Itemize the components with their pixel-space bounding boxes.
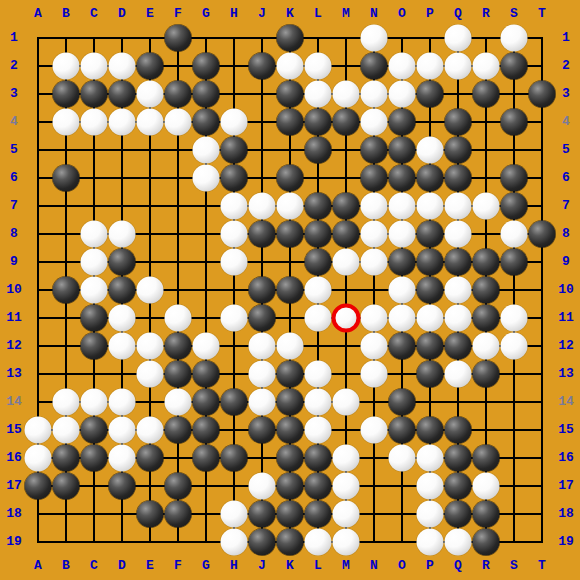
stone-white[interactable] <box>305 53 332 80</box>
stone-white[interactable] <box>221 529 248 556</box>
coord-label-column-bottom: D <box>108 552 136 580</box>
stone-black[interactable] <box>277 165 304 192</box>
stone-black[interactable] <box>445 445 472 472</box>
stone-white[interactable] <box>109 333 136 360</box>
coord-label-row-left: 6 <box>0 164 28 192</box>
stone-white[interactable] <box>137 361 164 388</box>
stone-white[interactable] <box>137 81 164 108</box>
stone-white[interactable] <box>305 529 332 556</box>
stone-black[interactable] <box>165 25 192 52</box>
coord-label-column-bottom: Q <box>444 552 472 580</box>
coord-label-row-right: 11 <box>552 304 580 332</box>
stone-black[interactable] <box>277 221 304 248</box>
coord-label-row-left: 9 <box>0 248 28 276</box>
stone-white[interactable] <box>501 25 528 52</box>
stone-white[interactable] <box>389 221 416 248</box>
stone-white[interactable] <box>389 193 416 220</box>
coord-label-column-bottom: E <box>136 552 164 580</box>
stone-white[interactable] <box>305 417 332 444</box>
stone-black[interactable] <box>501 53 528 80</box>
stone-white[interactable] <box>277 333 304 360</box>
coord-label-column-top: M <box>332 0 360 28</box>
coord-label-row-left: 1 <box>0 24 28 52</box>
stone-white[interactable] <box>165 305 192 332</box>
coord-label-column-bottom: J <box>248 552 276 580</box>
stone-white[interactable] <box>333 81 360 108</box>
coord-label-row-right: 2 <box>552 52 580 80</box>
stone-white[interactable] <box>361 81 388 108</box>
stone-black[interactable] <box>221 445 248 472</box>
stone-white[interactable] <box>361 361 388 388</box>
stone-white[interactable] <box>109 417 136 444</box>
stone-black[interactable] <box>249 221 276 248</box>
stone-white[interactable] <box>417 473 444 500</box>
coord-label-row-right: 16 <box>552 444 580 472</box>
stone-white[interactable] <box>389 81 416 108</box>
stone-black[interactable] <box>109 249 136 276</box>
stone-white[interactable] <box>249 333 276 360</box>
stone-black[interactable] <box>473 277 500 304</box>
stone-white[interactable] <box>473 193 500 220</box>
stone-white[interactable] <box>249 361 276 388</box>
stone-black[interactable] <box>473 305 500 332</box>
stone-white[interactable] <box>165 389 192 416</box>
stone-black[interactable] <box>473 361 500 388</box>
stone-black[interactable] <box>81 81 108 108</box>
stone-black[interactable] <box>137 501 164 528</box>
coord-label-column-bottom: M <box>332 552 360 580</box>
stone-white[interactable] <box>361 333 388 360</box>
stone-black[interactable] <box>305 445 332 472</box>
stone-black[interactable] <box>417 277 444 304</box>
stone-white[interactable] <box>417 137 444 164</box>
stone-white[interactable] <box>417 53 444 80</box>
coord-label-column-bottom: K <box>276 552 304 580</box>
stone-black[interactable] <box>53 165 80 192</box>
coord-label-row-left: 3 <box>0 80 28 108</box>
coord-label-column-bottom: G <box>192 552 220 580</box>
grid-line-vertical <box>541 37 543 543</box>
stone-white[interactable] <box>25 445 52 472</box>
stone-black[interactable] <box>277 501 304 528</box>
coord-label-row-right: 15 <box>552 416 580 444</box>
stone-white[interactable] <box>445 53 472 80</box>
stone-black[interactable] <box>389 165 416 192</box>
stone-black[interactable] <box>529 81 556 108</box>
stone-black[interactable] <box>473 501 500 528</box>
coord-label-row-left: 8 <box>0 220 28 248</box>
stone-white[interactable] <box>473 333 500 360</box>
coord-label-row-left: 5 <box>0 136 28 164</box>
stone-white[interactable] <box>53 53 80 80</box>
stone-white[interactable] <box>221 249 248 276</box>
stone-white[interactable] <box>361 305 388 332</box>
stone-white[interactable] <box>81 53 108 80</box>
stone-black[interactable] <box>277 277 304 304</box>
stone-white[interactable] <box>193 137 220 164</box>
coord-label-column-top: B <box>52 0 80 28</box>
stone-white[interactable] <box>361 193 388 220</box>
stone-white[interactable] <box>109 389 136 416</box>
stone-black[interactable] <box>473 529 500 556</box>
stone-black[interactable] <box>361 137 388 164</box>
stone-black[interactable] <box>445 137 472 164</box>
stone-black[interactable] <box>165 501 192 528</box>
coord-label-column-top: R <box>472 0 500 28</box>
stone-black[interactable] <box>277 529 304 556</box>
stone-black[interactable] <box>389 109 416 136</box>
stone-black[interactable] <box>137 53 164 80</box>
stone-white[interactable] <box>501 305 528 332</box>
stone-black[interactable] <box>389 417 416 444</box>
coord-label-row-left: 11 <box>0 304 28 332</box>
stone-black[interactable] <box>81 417 108 444</box>
stone-white[interactable] <box>137 417 164 444</box>
stone-white[interactable] <box>389 305 416 332</box>
stone-white[interactable] <box>445 221 472 248</box>
stone-white[interactable] <box>389 277 416 304</box>
stone-black[interactable] <box>81 305 108 332</box>
stone-white[interactable] <box>389 445 416 472</box>
stone-black[interactable] <box>417 361 444 388</box>
stone-white[interactable] <box>389 53 416 80</box>
stone-black[interactable] <box>277 417 304 444</box>
coord-label-column-bottom: A <box>24 552 52 580</box>
coord-label-column-top: E <box>136 0 164 28</box>
stone-white[interactable] <box>25 417 52 444</box>
stone-black[interactable] <box>305 249 332 276</box>
stone-black[interactable] <box>277 389 304 416</box>
coord-label-column-bottom: R <box>472 552 500 580</box>
stone-black[interactable] <box>305 109 332 136</box>
coord-label-row-right: 7 <box>552 192 580 220</box>
stone-white[interactable] <box>445 305 472 332</box>
stone-white[interactable] <box>333 389 360 416</box>
coord-label-column-top: L <box>304 0 332 28</box>
stone-white[interactable] <box>361 249 388 276</box>
stone-white[interactable] <box>221 193 248 220</box>
stone-white[interactable] <box>333 501 360 528</box>
stone-black[interactable] <box>361 53 388 80</box>
coord-label-column-bottom: P <box>416 552 444 580</box>
stone-black[interactable] <box>445 109 472 136</box>
stone-black[interactable] <box>473 81 500 108</box>
stone-black[interactable] <box>165 417 192 444</box>
stone-black[interactable] <box>165 473 192 500</box>
stone-black[interactable] <box>473 249 500 276</box>
coord-label-column-bottom: L <box>304 552 332 580</box>
stone-black[interactable] <box>165 361 192 388</box>
stone-white[interactable] <box>109 305 136 332</box>
stone-black[interactable] <box>305 501 332 528</box>
stone-black[interactable] <box>445 165 472 192</box>
stone-black[interactable] <box>417 221 444 248</box>
stone-black[interactable] <box>165 333 192 360</box>
coord-label-column-top: G <box>192 0 220 28</box>
stone-white[interactable] <box>81 277 108 304</box>
stone-white[interactable] <box>333 529 360 556</box>
stone-white[interactable] <box>81 249 108 276</box>
stone-white[interactable] <box>53 389 80 416</box>
stone-white[interactable] <box>305 277 332 304</box>
stone-black[interactable] <box>389 389 416 416</box>
coord-label-row-left: 10 <box>0 276 28 304</box>
stone-black[interactable] <box>389 333 416 360</box>
stone-white[interactable] <box>193 165 220 192</box>
stone-black[interactable] <box>277 109 304 136</box>
stone-black[interactable] <box>333 109 360 136</box>
stone-black[interactable] <box>361 165 388 192</box>
stone-white[interactable] <box>277 193 304 220</box>
coord-label-row-right: 17 <box>552 472 580 500</box>
coord-label-column-bottom: F <box>164 552 192 580</box>
stone-white[interactable] <box>81 389 108 416</box>
coord-label-column-bottom: H <box>220 552 248 580</box>
stone-white[interactable] <box>137 277 164 304</box>
stone-black[interactable] <box>249 417 276 444</box>
stone-black[interactable] <box>417 81 444 108</box>
stone-black[interactable] <box>249 305 276 332</box>
stone-black[interactable] <box>81 333 108 360</box>
coord-label-row-right: 6 <box>552 164 580 192</box>
stone-white[interactable] <box>417 445 444 472</box>
coord-label-row-left: 2 <box>0 52 28 80</box>
stone-black[interactable] <box>501 165 528 192</box>
coord-label-column-top: H <box>220 0 248 28</box>
coord-label-row-left: 19 <box>0 528 28 556</box>
coord-label-row-left: 4 <box>0 108 28 136</box>
coord-label-row-right: 5 <box>552 136 580 164</box>
stone-black[interactable] <box>389 249 416 276</box>
stone-white[interactable] <box>333 445 360 472</box>
stone-white[interactable] <box>249 193 276 220</box>
stone-black[interactable] <box>473 445 500 472</box>
stone-black[interactable] <box>109 277 136 304</box>
coord-label-row-right: 12 <box>552 332 580 360</box>
coord-label-column-top: C <box>80 0 108 28</box>
stone-black[interactable] <box>445 501 472 528</box>
coord-label-column-bottom: N <box>360 552 388 580</box>
coord-label-column-top: A <box>24 0 52 28</box>
stone-white[interactable] <box>81 109 108 136</box>
stone-black[interactable] <box>501 193 528 220</box>
stone-black[interactable] <box>109 81 136 108</box>
stone-white[interactable] <box>445 25 472 52</box>
stone-black[interactable] <box>277 473 304 500</box>
stone-white[interactable] <box>249 389 276 416</box>
stone-white[interactable] <box>109 445 136 472</box>
stone-black[interactable] <box>445 249 472 276</box>
stone-white[interactable] <box>305 81 332 108</box>
stone-white[interactable] <box>165 109 192 136</box>
stone-black[interactable] <box>221 137 248 164</box>
stone-black[interactable] <box>53 473 80 500</box>
stone-white[interactable] <box>221 221 248 248</box>
stone-white[interactable] <box>277 53 304 80</box>
stone-black[interactable] <box>53 81 80 108</box>
stone-black[interactable] <box>137 445 164 472</box>
stone-black[interactable] <box>333 221 360 248</box>
stone-white[interactable] <box>221 501 248 528</box>
stone-black[interactable] <box>249 529 276 556</box>
stone-white[interactable] <box>137 333 164 360</box>
stone-black[interactable] <box>221 165 248 192</box>
stone-white[interactable] <box>109 53 136 80</box>
stone-black[interactable] <box>277 25 304 52</box>
stone-white[interactable] <box>501 333 528 360</box>
stone-black[interactable] <box>305 473 332 500</box>
go-board[interactable]: AABBCCDDEEFFGGHHJJKKLLMMNNOOPPQQRRSSTT11… <box>0 0 580 580</box>
stone-white[interactable] <box>445 277 472 304</box>
coord-label-row-right: 8 <box>552 220 580 248</box>
stone-black[interactable] <box>445 333 472 360</box>
stone-white[interactable] <box>361 221 388 248</box>
coord-label-row-right: 13 <box>552 360 580 388</box>
stone-white[interactable] <box>473 53 500 80</box>
stone-black[interactable] <box>445 473 472 500</box>
stone-white[interactable] <box>445 361 472 388</box>
stone-black[interactable] <box>529 221 556 248</box>
stone-white[interactable] <box>417 193 444 220</box>
stone-black[interactable] <box>193 109 220 136</box>
stone-white[interactable] <box>109 109 136 136</box>
stone-white[interactable] <box>445 529 472 556</box>
stone-white[interactable] <box>53 417 80 444</box>
coord-label-column-top: O <box>388 0 416 28</box>
stone-white[interactable] <box>417 529 444 556</box>
stone-white[interactable] <box>249 473 276 500</box>
coord-label-column-bottom: B <box>52 552 80 580</box>
stone-white[interactable] <box>417 305 444 332</box>
stone-black[interactable] <box>221 389 248 416</box>
coord-label-column-top: D <box>108 0 136 28</box>
stone-white[interactable] <box>333 473 360 500</box>
stone-white[interactable] <box>305 361 332 388</box>
stone-black[interactable] <box>501 249 528 276</box>
stone-white[interactable] <box>445 193 472 220</box>
coord-label-row-right: 14 <box>552 388 580 416</box>
stone-black[interactable] <box>417 249 444 276</box>
stone-white[interactable] <box>221 109 248 136</box>
stone-white[interactable] <box>193 333 220 360</box>
stone-black[interactable] <box>249 53 276 80</box>
stone-white[interactable] <box>361 417 388 444</box>
coord-label-column-top: P <box>416 0 444 28</box>
stone-black[interactable] <box>277 445 304 472</box>
stone-white[interactable] <box>305 305 332 332</box>
coord-label-row-left: 18 <box>0 500 28 528</box>
stone-white[interactable] <box>333 249 360 276</box>
stone-black[interactable] <box>389 137 416 164</box>
stone-white[interactable] <box>109 221 136 248</box>
stone-black[interactable] <box>277 81 304 108</box>
stone-black[interactable] <box>305 137 332 164</box>
stone-black[interactable] <box>193 53 220 80</box>
coord-label-column-top: J <box>248 0 276 28</box>
coord-label-column-bottom: T <box>528 552 556 580</box>
coord-label-row-left: 14 <box>0 388 28 416</box>
stone-black[interactable] <box>305 221 332 248</box>
stone-white[interactable] <box>137 109 164 136</box>
stone-black[interactable] <box>53 445 80 472</box>
coord-label-row-right: 19 <box>552 528 580 556</box>
coord-label-row-left: 12 <box>0 332 28 360</box>
stone-black[interactable] <box>25 473 52 500</box>
stone-white[interactable] <box>361 25 388 52</box>
stone-white[interactable] <box>501 221 528 248</box>
stone-black[interactable] <box>305 193 332 220</box>
stone-black[interactable] <box>193 389 220 416</box>
stone-black[interactable] <box>249 277 276 304</box>
coord-label-row-right: 10 <box>552 276 580 304</box>
stone-black[interactable] <box>445 417 472 444</box>
stone-black[interactable] <box>193 445 220 472</box>
stone-black[interactable] <box>417 417 444 444</box>
last-move-marker <box>332 304 361 333</box>
stone-white[interactable] <box>473 473 500 500</box>
stone-black[interactable] <box>193 81 220 108</box>
coord-label-row-right: 9 <box>552 248 580 276</box>
coord-label-row-left: 13 <box>0 360 28 388</box>
stone-black[interactable] <box>501 109 528 136</box>
stone-white[interactable] <box>361 109 388 136</box>
coord-label-column-bottom: S <box>500 552 528 580</box>
stone-black[interactable] <box>193 361 220 388</box>
coord-label-row-right: 1 <box>552 24 580 52</box>
coord-label-row-right: 3 <box>552 80 580 108</box>
stone-black[interactable] <box>417 333 444 360</box>
stone-black[interactable] <box>193 417 220 444</box>
stone-black[interactable] <box>277 361 304 388</box>
stone-black[interactable] <box>53 277 80 304</box>
coord-label-column-bottom: O <box>388 552 416 580</box>
stone-white[interactable] <box>221 305 248 332</box>
coord-label-row-right: 18 <box>552 500 580 528</box>
stone-white[interactable] <box>305 389 332 416</box>
stone-black[interactable] <box>165 81 192 108</box>
stone-black[interactable] <box>81 445 108 472</box>
stone-black[interactable] <box>417 165 444 192</box>
coord-label-row-right: 4 <box>552 108 580 136</box>
stone-black[interactable] <box>109 473 136 500</box>
coord-label-column-bottom: C <box>80 552 108 580</box>
coord-label-row-left: 7 <box>0 192 28 220</box>
stone-black[interactable] <box>333 193 360 220</box>
stone-white[interactable] <box>81 221 108 248</box>
stone-black[interactable] <box>249 501 276 528</box>
stone-white[interactable] <box>53 109 80 136</box>
stone-white[interactable] <box>417 501 444 528</box>
